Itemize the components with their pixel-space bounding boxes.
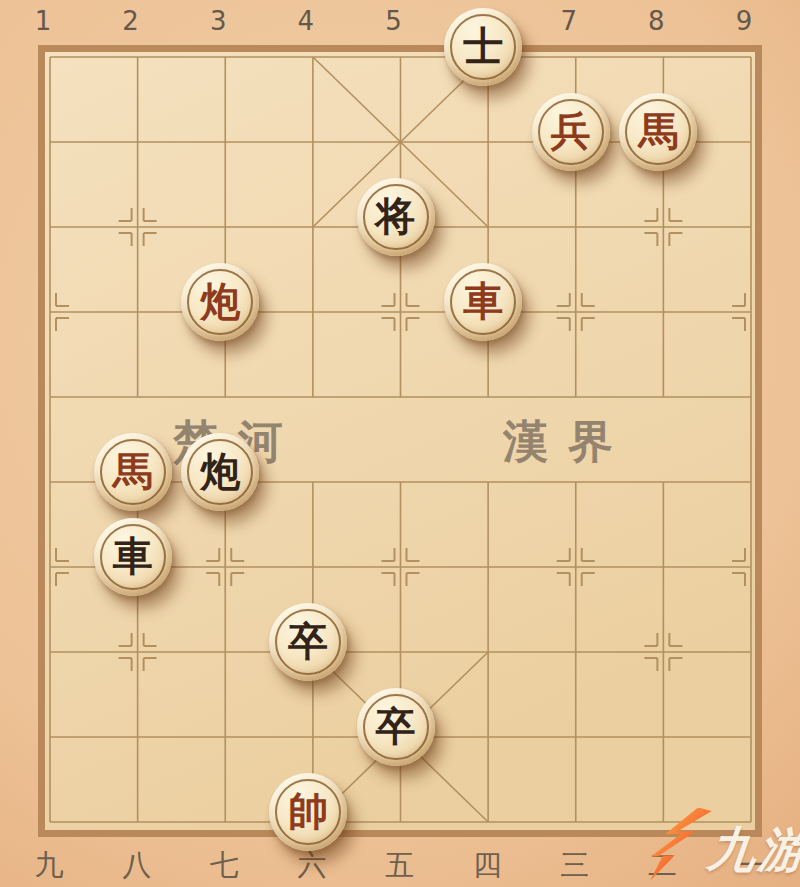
file-label-top-1: 1	[23, 6, 63, 36]
piece-black-cannon[interactable]: 炮	[181, 433, 259, 511]
piece-glyph: 兵	[532, 93, 610, 171]
piece-glyph: 馬	[619, 93, 697, 171]
piece-red-cannon[interactable]: 炮	[181, 263, 259, 341]
piece-glyph: 卒	[357, 688, 435, 766]
jiuyou-logo-icon	[650, 803, 714, 886]
watermark: 九游	[644, 802, 800, 887]
file-label-top-2: 2	[111, 6, 151, 36]
piece-black-advisor[interactable]: 士	[444, 8, 522, 86]
file-label-bottom-3: 七	[200, 846, 248, 886]
piece-black-soldier[interactable]: 卒	[357, 688, 435, 766]
file-label-top-3: 3	[198, 6, 238, 36]
file-label-top-4: 4	[286, 6, 326, 36]
file-label-bottom-5: 五	[376, 846, 424, 886]
file-label-bottom-1: 九	[25, 846, 73, 886]
piece-glyph: 卒	[269, 603, 347, 681]
xiangqi-screenshot: { "game": "xiangqi", "board": { "files":…	[0, 0, 800, 887]
piece-glyph: 車	[444, 263, 522, 341]
piece-red-general[interactable]: 帥	[269, 773, 347, 851]
file-label-bottom-7: 三	[551, 846, 599, 886]
file-label-bottom-2: 八	[113, 846, 161, 886]
watermark-text: 九游	[705, 818, 800, 882]
file-label-bottom-6: 四	[463, 846, 511, 886]
piece-red-horse[interactable]: 馬	[619, 93, 697, 171]
piece-glyph: 車	[94, 518, 172, 596]
piece-black-chariot[interactable]: 車	[94, 518, 172, 596]
piece-glyph: 将	[357, 178, 435, 256]
piece-red-soldier[interactable]: 兵	[532, 93, 610, 171]
file-label-top-5: 5	[374, 6, 414, 36]
river-text-right: 漢界	[488, 414, 648, 470]
piece-glyph: 士	[444, 8, 522, 86]
file-label-top-7: 7	[549, 6, 589, 36]
board-stage: 123456789 九八七六五四三二一 楚河 漢界 士兵馬将炮車馬炮車卒卒帥 九…	[0, 0, 800, 887]
piece-glyph: 帥	[269, 773, 347, 851]
piece-glyph: 炮	[181, 263, 259, 341]
piece-glyph: 馬	[94, 433, 172, 511]
piece-glyph: 炮	[181, 433, 259, 511]
piece-black-general[interactable]: 将	[357, 178, 435, 256]
piece-red-chariot[interactable]: 車	[444, 263, 522, 341]
file-label-top-9: 9	[724, 6, 764, 36]
piece-red-horse[interactable]: 馬	[94, 433, 172, 511]
file-label-bottom-4: 六	[288, 846, 336, 886]
piece-black-soldier[interactable]: 卒	[269, 603, 347, 681]
file-label-top-8: 8	[636, 6, 676, 36]
